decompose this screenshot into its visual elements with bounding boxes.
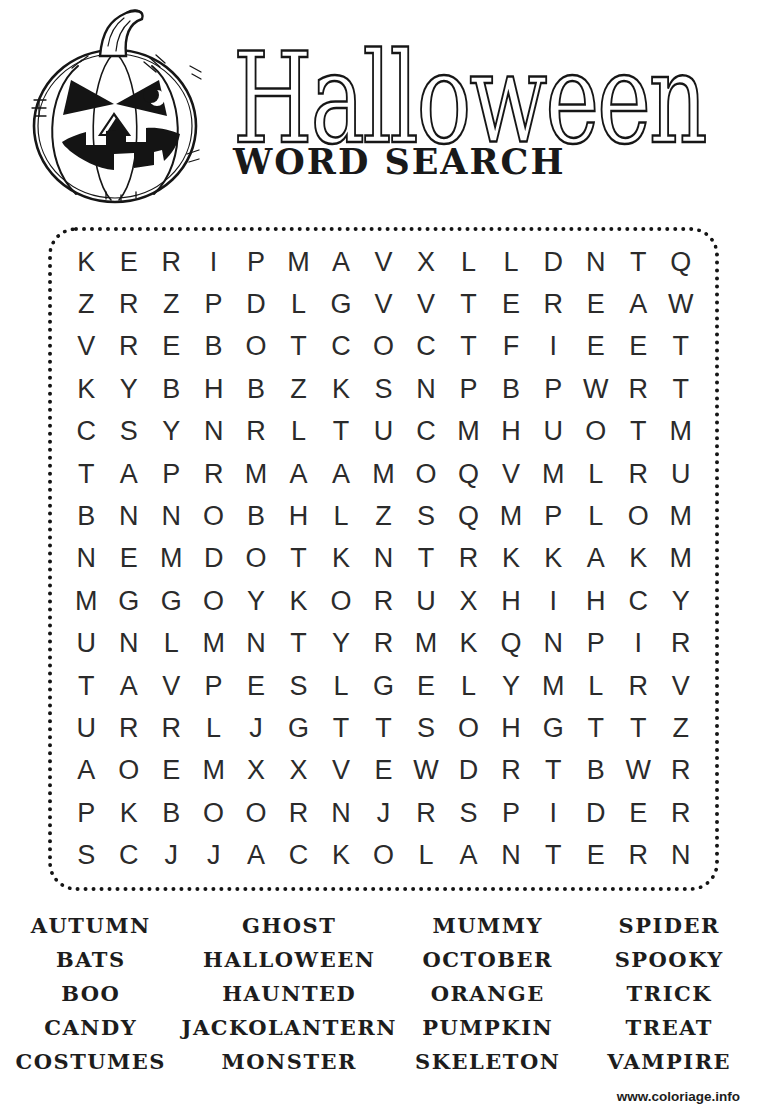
- grid-cell: R: [660, 750, 702, 792]
- grid-cell: B: [235, 368, 277, 410]
- grid-cell: T: [532, 750, 574, 792]
- grid-cell: Q: [660, 241, 702, 283]
- grid-cell: N: [235, 623, 277, 665]
- grid-cell: B: [490, 368, 532, 410]
- grid-cell: A: [107, 665, 149, 707]
- grid-cell: K: [320, 538, 362, 580]
- grid-cell: D: [235, 283, 277, 325]
- grid-cell: M: [660, 411, 702, 453]
- grid-cell: I: [532, 792, 574, 834]
- grid-cell: H: [277, 495, 319, 537]
- grid-cell: E: [362, 750, 404, 792]
- grid-cell: H: [490, 580, 532, 622]
- grid-cell: V: [65, 326, 107, 368]
- word-list-item: OCTOBER: [397, 942, 579, 976]
- grid-cell: O: [235, 538, 277, 580]
- grid-cell: O: [192, 792, 234, 834]
- grid-cell: C: [277, 835, 319, 877]
- word-list-item: SPOOKY: [578, 942, 760, 976]
- grid-cell: T: [65, 453, 107, 495]
- grid-cell: H: [192, 368, 234, 410]
- grid-cell: P: [532, 495, 574, 537]
- grid-cell: E: [150, 326, 192, 368]
- grid-cell: T: [405, 538, 447, 580]
- grid-cell: A: [617, 283, 659, 325]
- grid-cell: P: [235, 241, 277, 283]
- grid-cell: L: [277, 283, 319, 325]
- grid-cell: O: [617, 495, 659, 537]
- grid-cell: A: [65, 750, 107, 792]
- watermark: www.coloriage.info: [617, 1089, 740, 1104]
- word-list-item: AUTUMN: [0, 908, 182, 942]
- grid-cell: Q: [447, 453, 489, 495]
- grid-cell: R: [150, 241, 192, 283]
- grid-cell: T: [277, 326, 319, 368]
- word-list-item: BOO: [0, 976, 182, 1010]
- grid-cell: D: [447, 750, 489, 792]
- grid-cell: R: [447, 538, 489, 580]
- grid-cell: B: [235, 495, 277, 537]
- grid-cell: S: [65, 835, 107, 877]
- grid-cell: D: [532, 241, 574, 283]
- grid-cell: B: [150, 792, 192, 834]
- grid-cell: D: [575, 792, 617, 834]
- grid-cell: Y: [320, 623, 362, 665]
- grid-cell: K: [532, 538, 574, 580]
- grid-cell: T: [277, 623, 319, 665]
- grid-cell: R: [235, 411, 277, 453]
- grid-cell: O: [362, 835, 404, 877]
- grid-cell: T: [617, 241, 659, 283]
- grid-cell: V: [362, 283, 404, 325]
- grid-cell: L: [575, 495, 617, 537]
- grid-cell: L: [192, 707, 234, 749]
- grid-cell: E: [490, 283, 532, 325]
- grid-cell: R: [660, 792, 702, 834]
- word-list-item: BATS: [0, 942, 182, 976]
- grid-cell: Z: [65, 283, 107, 325]
- word-list-item: GHOST: [182, 908, 397, 942]
- grid-cell: T: [65, 665, 107, 707]
- grid-cell: V: [150, 665, 192, 707]
- grid-cell: E: [150, 750, 192, 792]
- grid-cell: W: [660, 283, 702, 325]
- grid-cell: E: [235, 665, 277, 707]
- grid-cell: U: [660, 453, 702, 495]
- grid-cell: L: [490, 241, 532, 283]
- grid-cell: A: [235, 835, 277, 877]
- word-list-item: VAMPIRE: [578, 1044, 760, 1078]
- grid-cell: C: [320, 326, 362, 368]
- grid-cell: N: [660, 835, 702, 877]
- grid-cell: Q: [447, 495, 489, 537]
- grid-cell: G: [277, 707, 319, 749]
- grid-cell: J: [192, 835, 234, 877]
- grid-cell: G: [320, 283, 362, 325]
- grid-cell: N: [405, 368, 447, 410]
- grid-cell: Q: [490, 623, 532, 665]
- grid-cell: T: [277, 538, 319, 580]
- grid-cell: N: [320, 792, 362, 834]
- grid-cell: H: [490, 707, 532, 749]
- grid-cell: O: [362, 326, 404, 368]
- grid-cell: K: [320, 368, 362, 410]
- grid-cell: X: [235, 750, 277, 792]
- grid-cell: L: [150, 623, 192, 665]
- grid-cell: Y: [490, 665, 532, 707]
- grid-cell: V: [490, 453, 532, 495]
- grid-cell: P: [65, 792, 107, 834]
- grid-cell: O: [575, 411, 617, 453]
- grid-cell: M: [192, 623, 234, 665]
- grid-cell: Z: [362, 495, 404, 537]
- grid-cell: K: [107, 792, 149, 834]
- grid-cell: E: [617, 326, 659, 368]
- grid-cell: L: [277, 411, 319, 453]
- grid-cell: E: [617, 792, 659, 834]
- grid-cell: J: [362, 792, 404, 834]
- grid-cell: Y: [235, 580, 277, 622]
- grid-cell: N: [150, 495, 192, 537]
- jack-o-lantern-icon: [26, 4, 222, 210]
- grid-cell: M: [447, 411, 489, 453]
- grid-cell: K: [65, 368, 107, 410]
- grid-cell: W: [405, 750, 447, 792]
- grid-cell: P: [150, 453, 192, 495]
- grid-cell: L: [320, 665, 362, 707]
- word-list-item: COSTUMES: [0, 1044, 182, 1078]
- grid-cell: E: [107, 241, 149, 283]
- grid-cell: P: [447, 368, 489, 410]
- grid-cell: M: [150, 538, 192, 580]
- grid-cell: C: [617, 580, 659, 622]
- grid-cell: R: [150, 707, 192, 749]
- grid-cell: K: [490, 538, 532, 580]
- grid-cell: A: [320, 453, 362, 495]
- word-list-item: CANDY: [0, 1010, 182, 1044]
- grid-cell: P: [192, 283, 234, 325]
- word-list-item: HAUNTED: [182, 976, 397, 1010]
- grid-cell: V: [362, 241, 404, 283]
- grid-cell: E: [405, 665, 447, 707]
- grid-cell: S: [277, 665, 319, 707]
- grid-cell: M: [65, 580, 107, 622]
- grid-cell: R: [617, 665, 659, 707]
- grid-cell: P: [192, 665, 234, 707]
- grid-cell: T: [447, 326, 489, 368]
- grid-cell: T: [320, 411, 362, 453]
- grid-cell: W: [575, 368, 617, 410]
- page-title: Halloween: [233, 36, 613, 140]
- grid-cell: R: [617, 368, 659, 410]
- grid-cell: T: [660, 326, 702, 368]
- grid-cell: M: [362, 453, 404, 495]
- grid-cell: L: [575, 665, 617, 707]
- grid-cell: O: [447, 707, 489, 749]
- grid-cell: J: [150, 835, 192, 877]
- grid-cell: O: [320, 580, 362, 622]
- word-list-item: ORANGE: [397, 976, 579, 1010]
- grid-cell: E: [575, 283, 617, 325]
- grid-cell: N: [490, 835, 532, 877]
- grid-cell: M: [660, 495, 702, 537]
- word-list-item: SPIDER: [578, 908, 760, 942]
- grid-cell: W: [617, 750, 659, 792]
- grid-cell: T: [447, 283, 489, 325]
- grid-cell: J: [235, 707, 277, 749]
- grid-cell: O: [192, 580, 234, 622]
- grid-cell: V: [660, 665, 702, 707]
- word-list-item: TRICK: [578, 976, 760, 1010]
- word-list-item: TREAT: [578, 1010, 760, 1044]
- grid-cell: R: [362, 623, 404, 665]
- grid-cell: O: [405, 453, 447, 495]
- word-list-item: JACKOLANTERN: [182, 1010, 397, 1044]
- grid-cell: R: [490, 750, 532, 792]
- word-list-item: SKELETON: [397, 1044, 579, 1078]
- grid-cell: L: [575, 453, 617, 495]
- grid-cell: U: [362, 411, 404, 453]
- grid-cell: E: [575, 835, 617, 877]
- grid-cell: M: [660, 538, 702, 580]
- grid-cell: Y: [107, 368, 149, 410]
- grid-cell: R: [617, 453, 659, 495]
- grid-cell: C: [65, 411, 107, 453]
- grid-cell: N: [192, 411, 234, 453]
- word-list-item: MUMMY: [397, 908, 579, 942]
- grid-cell: Y: [660, 580, 702, 622]
- grid-cell: M: [192, 750, 234, 792]
- grid-cell: L: [447, 665, 489, 707]
- grid-cell: A: [277, 453, 319, 495]
- grid-cell: M: [532, 453, 574, 495]
- grid-cell: G: [107, 580, 149, 622]
- grid-cell: U: [65, 623, 107, 665]
- grid-cell: R: [617, 835, 659, 877]
- grid-cell: M: [490, 495, 532, 537]
- grid-cell: C: [405, 411, 447, 453]
- grid-cell: K: [320, 835, 362, 877]
- grid-cell: U: [65, 707, 107, 749]
- grid-cell: U: [532, 411, 574, 453]
- grid-cell: X: [447, 580, 489, 622]
- grid-cell: X: [277, 750, 319, 792]
- grid-cell: N: [362, 538, 404, 580]
- grid-cell: P: [490, 792, 532, 834]
- grid-cell: O: [235, 792, 277, 834]
- grid-cell: R: [362, 580, 404, 622]
- word-list-item: MONSTER: [182, 1044, 397, 1078]
- grid-cell: A: [575, 538, 617, 580]
- grid-cell: H: [490, 411, 532, 453]
- grid-cell: A: [447, 835, 489, 877]
- grid-cell: N: [65, 538, 107, 580]
- grid-cell: O: [107, 750, 149, 792]
- grid-cell: B: [150, 368, 192, 410]
- grid-cell: L: [447, 241, 489, 283]
- grid-cell: A: [320, 241, 362, 283]
- grid-cell: R: [277, 792, 319, 834]
- grid-cell: Z: [277, 368, 319, 410]
- grid-cell: I: [617, 623, 659, 665]
- grid-cell: S: [107, 411, 149, 453]
- grid-cell: K: [277, 580, 319, 622]
- grid-cell: X: [405, 241, 447, 283]
- grid-cell: R: [107, 707, 149, 749]
- word-search-grid: KERIPMAVXLLDNTQZRZPDLGVVTEREAWVREBOTCOCT…: [48, 227, 719, 891]
- grid-cell: K: [65, 241, 107, 283]
- grid-cell: E: [575, 326, 617, 368]
- grid-cell: R: [107, 326, 149, 368]
- grid-cell: T: [575, 707, 617, 749]
- grid-cell: M: [277, 241, 319, 283]
- grid-cell: T: [362, 707, 404, 749]
- grid-cell: T: [320, 707, 362, 749]
- grid-cell: R: [107, 283, 149, 325]
- grid-cell: R: [532, 283, 574, 325]
- grid-cell: R: [405, 792, 447, 834]
- grid-cell: V: [320, 750, 362, 792]
- worksheet-page: Halloween WORD SEARCH KERIPMAVXLLDNTQZRZ…: [0, 0, 760, 1116]
- grid-cell: U: [405, 580, 447, 622]
- header: Halloween WORD SEARCH: [233, 36, 753, 179]
- grid-cell: Z: [150, 283, 192, 325]
- grid-cell: C: [405, 326, 447, 368]
- grid-cell: I: [192, 241, 234, 283]
- grid-cell: K: [447, 623, 489, 665]
- grid-cell: I: [532, 326, 574, 368]
- word-list-item: HALLOWEEN: [182, 942, 397, 976]
- word-list-item: PUMPKIN: [397, 1010, 579, 1044]
- grid-cell: R: [192, 453, 234, 495]
- grid-cell: N: [532, 623, 574, 665]
- grid-cell: H: [575, 580, 617, 622]
- grid-cell: O: [192, 495, 234, 537]
- grid-cell: Z: [660, 707, 702, 749]
- grid-cell: M: [532, 665, 574, 707]
- grid-cell: E: [107, 538, 149, 580]
- grid-cell: I: [532, 580, 574, 622]
- grid-cell: N: [107, 623, 149, 665]
- grid-cell: L: [405, 835, 447, 877]
- grid-cell: Y: [150, 411, 192, 453]
- grid-cell: F: [490, 326, 532, 368]
- grid-cell: L: [320, 495, 362, 537]
- grid-cell: S: [362, 368, 404, 410]
- grid-cell: T: [660, 368, 702, 410]
- grid-cell: P: [532, 368, 574, 410]
- grid-cell: P: [575, 623, 617, 665]
- grid-cell: M: [235, 453, 277, 495]
- grid-cell: N: [575, 241, 617, 283]
- grid-cell: K: [617, 538, 659, 580]
- grid-cell: S: [405, 707, 447, 749]
- grid-cell: G: [362, 665, 404, 707]
- grid-cell: O: [235, 326, 277, 368]
- grid-cell: B: [575, 750, 617, 792]
- grid-cell: B: [65, 495, 107, 537]
- grid-cell: G: [150, 580, 192, 622]
- grid-cell: T: [532, 835, 574, 877]
- grid-cell: T: [617, 411, 659, 453]
- grid-cell: B: [192, 326, 234, 368]
- grid-cell: V: [405, 283, 447, 325]
- grid-cell: T: [617, 707, 659, 749]
- grid-cell: M: [405, 623, 447, 665]
- grid-cell: S: [405, 495, 447, 537]
- grid-cell: S: [447, 792, 489, 834]
- word-list: AUTUMNBATSBOOCANDYCOSTUMESGHOSTHALLOWEEN…: [0, 908, 760, 1078]
- grid-cell: D: [192, 538, 234, 580]
- grid-cell: R: [660, 623, 702, 665]
- grid-cell: C: [107, 835, 149, 877]
- grid-cell: N: [107, 495, 149, 537]
- grid-cell: G: [532, 707, 574, 749]
- grid-cell: A: [107, 453, 149, 495]
